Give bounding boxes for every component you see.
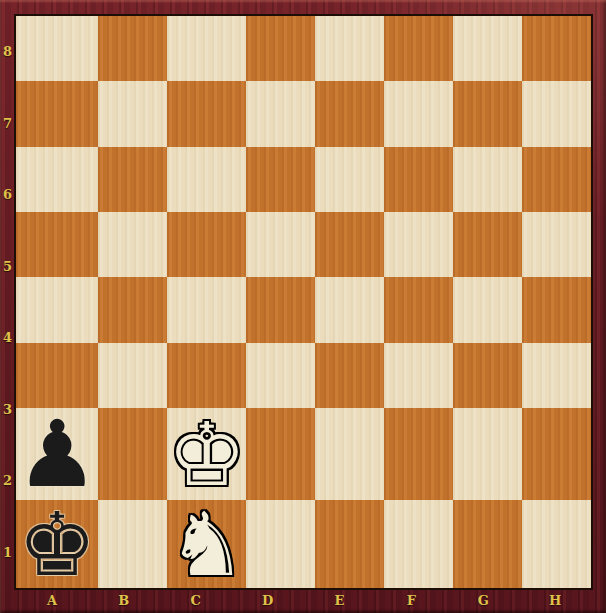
rank-label-7: 7 [0,88,15,160]
square-g4[interactable] [453,277,522,342]
file-labels: ABCDEFGH [16,588,591,613]
file-label-c: C [160,588,232,613]
square-e1[interactable] [315,500,384,588]
file-label-a: A [16,588,88,613]
square-f3[interactable] [384,343,453,408]
piece-white-king[interactable]: ♚ [167,411,246,499]
square-g1[interactable] [453,500,522,588]
square-a7[interactable] [16,81,98,146]
square-a6[interactable] [16,147,98,212]
square-f4[interactable] [384,277,453,342]
square-b1[interactable] [98,500,167,588]
square-a2[interactable]: ♟ [16,408,98,500]
piece-black-king[interactable]: ♚ [18,501,97,589]
square-h5[interactable] [522,212,591,277]
square-h6[interactable] [522,147,591,212]
square-a4[interactable] [16,277,98,342]
rank-label-4: 4 [0,302,15,374]
square-a1[interactable]: ♚ [16,500,98,588]
square-e4[interactable] [315,277,384,342]
square-f6[interactable] [384,147,453,212]
file-label-b: B [88,588,160,613]
square-d8[interactable] [246,16,315,81]
square-d4[interactable] [246,277,315,342]
rank-label-3: 3 [0,374,15,446]
square-d2[interactable] [246,408,315,500]
board-frame: 87654321 ♟♚♚♞ ABCDEFGH [0,0,606,613]
square-b5[interactable] [98,212,167,277]
square-h3[interactable] [522,343,591,408]
square-f8[interactable] [384,16,453,81]
rank-label-8: 8 [0,16,15,88]
square-b7[interactable] [98,81,167,146]
square-b8[interactable] [98,16,167,81]
square-f1[interactable] [384,500,453,588]
square-e5[interactable] [315,212,384,277]
chess-board: ♟♚♚♞ [16,16,591,588]
square-e7[interactable] [315,81,384,146]
square-e6[interactable] [315,147,384,212]
square-a8[interactable] [16,16,98,81]
square-b2[interactable] [98,408,167,500]
square-f7[interactable] [384,81,453,146]
file-label-h: H [519,588,591,613]
square-h4[interactable] [522,277,591,342]
square-c6[interactable] [167,147,246,212]
file-label-f: F [375,588,447,613]
rank-label-1: 1 [0,517,15,589]
square-d7[interactable] [246,81,315,146]
square-c7[interactable] [167,81,246,146]
square-b3[interactable] [98,343,167,408]
file-label-g: G [447,588,519,613]
square-c8[interactable] [167,16,246,81]
file-label-e: E [304,588,376,613]
square-c3[interactable] [167,343,246,408]
square-h1[interactable] [522,500,591,588]
piece-black-pawn[interactable]: ♟ [16,409,98,501]
square-g6[interactable] [453,147,522,212]
piece-white-knight[interactable]: ♞ [167,501,246,589]
square-c1[interactable]: ♞ [167,500,246,588]
square-d6[interactable] [246,147,315,212]
square-f5[interactable] [384,212,453,277]
square-g5[interactable] [453,212,522,277]
rank-label-6: 6 [0,159,15,231]
square-a3[interactable] [16,343,98,408]
square-g8[interactable] [453,16,522,81]
square-d5[interactable] [246,212,315,277]
square-g3[interactable] [453,343,522,408]
square-b4[interactable] [98,277,167,342]
square-h7[interactable] [522,81,591,146]
square-h8[interactable] [522,16,591,81]
square-c5[interactable] [167,212,246,277]
square-g2[interactable] [453,408,522,500]
square-e2[interactable] [315,408,384,500]
rank-labels: 87654321 [0,16,15,588]
square-e3[interactable] [315,343,384,408]
file-label-d: D [232,588,304,613]
square-c4[interactable] [167,277,246,342]
square-d1[interactable] [246,500,315,588]
square-b6[interactable] [98,147,167,212]
square-d3[interactable] [246,343,315,408]
square-f2[interactable] [384,408,453,500]
square-g7[interactable] [453,81,522,146]
square-e8[interactable] [315,16,384,81]
square-h2[interactable] [522,408,591,500]
square-a5[interactable] [16,212,98,277]
rank-label-5: 5 [0,231,15,303]
square-c2[interactable]: ♚ [167,408,246,500]
rank-label-2: 2 [0,445,15,517]
